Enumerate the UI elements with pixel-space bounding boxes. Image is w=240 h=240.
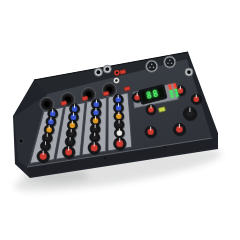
xlr-pin	[153, 67, 155, 69]
stereo-in-jack-r	[103, 65, 111, 73]
xlr-face	[165, 57, 174, 66]
rca-hole	[115, 79, 117, 81]
xlr-pin	[169, 59, 171, 61]
xlr-input-1	[146, 60, 158, 72]
jack-hole	[105, 67, 109, 71]
meter-led	[175, 92, 178, 95]
xlr-input-2	[164, 56, 176, 68]
jack-hole	[187, 70, 191, 74]
meter-led	[171, 95, 174, 98]
meter-led	[170, 90, 173, 93]
meter-led	[173, 84, 176, 87]
mixer-illustration: 88	[0, 0, 240, 240]
rca-hole	[116, 72, 118, 74]
front-screw	[104, 157, 106, 159]
xlr-pin	[149, 67, 151, 69]
xlr-pin	[171, 62, 173, 64]
meter-led	[169, 87, 172, 90]
meter-led	[176, 94, 179, 97]
xlr-face	[147, 62, 156, 71]
xlr-pin	[167, 62, 169, 64]
meter-led	[175, 89, 178, 92]
meter-led	[174, 86, 177, 89]
meter-led	[168, 85, 171, 88]
side-jack-hole	[19, 139, 23, 143]
phones-out-jack	[185, 68, 193, 76]
meter-led	[170, 93, 173, 96]
rca-in-white	[113, 77, 119, 83]
front-screw	[164, 146, 166, 148]
jack-hole	[96, 70, 100, 74]
xlr-pin	[151, 64, 153, 66]
combo-hole	[44, 101, 50, 107]
product-photo: 88	[0, 0, 240, 240]
stereo-in-jack-l	[94, 68, 102, 76]
rca-in-red	[114, 70, 120, 76]
